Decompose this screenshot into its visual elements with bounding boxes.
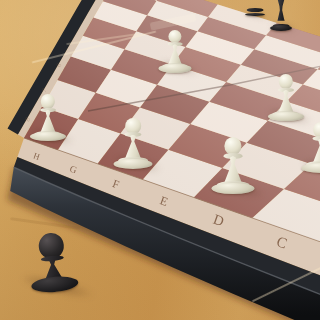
white-pawn xyxy=(302,123,320,173)
white-pawn xyxy=(114,119,153,169)
black-pawn xyxy=(245,0,265,16)
white-pawn xyxy=(159,31,192,73)
white-pawn xyxy=(268,75,304,121)
white-pawn xyxy=(212,138,255,194)
black-pawn xyxy=(26,233,78,294)
white-pawn xyxy=(30,95,66,141)
photo-scene: HGFEDC876 xyxy=(0,0,320,320)
black-bishop xyxy=(270,0,292,31)
